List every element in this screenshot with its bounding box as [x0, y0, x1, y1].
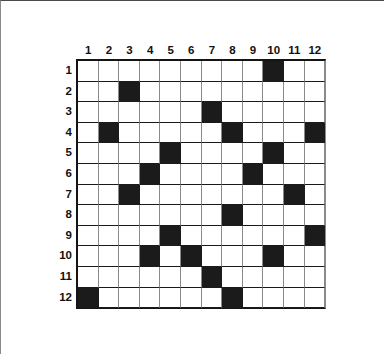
- grid-cell[interactable]: [119, 205, 140, 226]
- grid-cell[interactable]: [160, 288, 181, 309]
- grid-cell[interactable]: [119, 288, 140, 309]
- grid-cell[interactable]: [140, 226, 161, 247]
- col-label-1: 1: [78, 43, 99, 58]
- grid-cell[interactable]: [263, 123, 284, 144]
- row-label-4: 4: [39, 122, 72, 143]
- grid-cell[interactable]: [99, 143, 120, 164]
- grid-cell: [305, 226, 326, 247]
- grid-cell: [263, 143, 284, 164]
- grid-cell[interactable]: [119, 102, 140, 123]
- grid-cell[interactable]: [140, 102, 161, 123]
- puzzle-screenshot: { "game": "crossword-blocked-grid", "pos…: [0, 0, 384, 354]
- col-label-10: 10: [263, 43, 284, 58]
- grid-cell[interactable]: [243, 185, 264, 206]
- grid-cell[interactable]: [284, 226, 305, 247]
- grid-cell[interactable]: [99, 102, 120, 123]
- row-label-1: 1: [39, 60, 72, 81]
- col-label-9: 9: [243, 43, 264, 58]
- grid-cell: [263, 61, 284, 82]
- grid-cell[interactable]: [284, 267, 305, 288]
- grid-cell[interactable]: [181, 164, 202, 185]
- grid-cell[interactable]: [263, 82, 284, 103]
- grid-cell[interactable]: [181, 61, 202, 82]
- grid-cell[interactable]: [140, 205, 161, 226]
- grid-cell: [202, 102, 223, 123]
- grid-cell[interactable]: [222, 246, 243, 267]
- grid-cell[interactable]: [243, 267, 264, 288]
- grid-cell[interactable]: [305, 288, 326, 309]
- grid-cell[interactable]: [284, 102, 305, 123]
- column-labels: 123456789101112: [78, 43, 325, 58]
- grid-cell[interactable]: [202, 226, 223, 247]
- grid-cell[interactable]: [305, 205, 326, 226]
- grid-cell[interactable]: [222, 61, 243, 82]
- grid-cell[interactable]: [305, 164, 326, 185]
- grid-cell: [140, 246, 161, 267]
- col-label-4: 4: [140, 43, 161, 58]
- grid-cell[interactable]: [78, 205, 99, 226]
- grid-cell: [243, 164, 264, 185]
- grid-cell[interactable]: [99, 61, 120, 82]
- grid-cell[interactable]: [78, 246, 99, 267]
- grid-cell[interactable]: [263, 102, 284, 123]
- col-label-11: 11: [284, 43, 305, 58]
- grid-cell[interactable]: [243, 226, 264, 247]
- grid-cell[interactable]: [160, 102, 181, 123]
- grid-cell[interactable]: [119, 143, 140, 164]
- grid-cell: [119, 82, 140, 103]
- grid-cell[interactable]: [305, 143, 326, 164]
- grid-cell[interactable]: [222, 164, 243, 185]
- grid-cell[interactable]: [263, 288, 284, 309]
- grid-cell[interactable]: [140, 288, 161, 309]
- grid-cell[interactable]: [284, 82, 305, 103]
- grid-cell[interactable]: [284, 61, 305, 82]
- grid-cell[interactable]: [243, 102, 264, 123]
- col-label-2: 2: [99, 43, 120, 58]
- grid-cell[interactable]: [222, 82, 243, 103]
- grid-cell[interactable]: [99, 288, 120, 309]
- grid-cell[interactable]: [99, 205, 120, 226]
- grid-cell[interactable]: [160, 164, 181, 185]
- grid-cell[interactable]: [119, 164, 140, 185]
- grid-cell[interactable]: [222, 102, 243, 123]
- grid-cell: [222, 288, 243, 309]
- row-label-3: 3: [39, 101, 72, 122]
- grid-cell[interactable]: [140, 143, 161, 164]
- grid-cell[interactable]: [119, 246, 140, 267]
- grid-cell[interactable]: [202, 82, 223, 103]
- grid-cell[interactable]: [284, 288, 305, 309]
- grid-cell[interactable]: [78, 82, 99, 103]
- grid-cell[interactable]: [160, 61, 181, 82]
- grid-cell[interactable]: [160, 267, 181, 288]
- grid-cell[interactable]: [140, 61, 161, 82]
- grid-cell[interactable]: [181, 205, 202, 226]
- grid-cell[interactable]: [181, 288, 202, 309]
- col-label-3: 3: [119, 43, 140, 58]
- grid-cell[interactable]: [78, 102, 99, 123]
- grid-cell[interactable]: [202, 288, 223, 309]
- grid-cell[interactable]: [243, 246, 264, 267]
- grid-cell[interactable]: [202, 123, 223, 144]
- grid-cell[interactable]: [78, 61, 99, 82]
- grid-cell[interactable]: [140, 185, 161, 206]
- grid-cell[interactable]: [202, 205, 223, 226]
- grid-cell[interactable]: [99, 185, 120, 206]
- grid-cell[interactable]: [284, 143, 305, 164]
- grid-cell[interactable]: [263, 185, 284, 206]
- grid-cell: [140, 164, 161, 185]
- grid-cell[interactable]: [222, 226, 243, 247]
- grid-cell[interactable]: [140, 82, 161, 103]
- grid-cell[interactable]: [305, 185, 326, 206]
- row-label-10: 10: [39, 245, 72, 266]
- grid-cell[interactable]: [181, 226, 202, 247]
- grid-cell[interactable]: [263, 267, 284, 288]
- grid-cell[interactable]: [243, 123, 264, 144]
- col-label-8: 8: [222, 43, 243, 58]
- grid-cell[interactable]: [99, 246, 120, 267]
- grid-cell[interactable]: [119, 123, 140, 144]
- grid-cell: [160, 226, 181, 247]
- grid-cell[interactable]: [243, 61, 264, 82]
- grid-cell[interactable]: [305, 61, 326, 82]
- grid-cell[interactable]: [160, 82, 181, 103]
- grid-cell: [222, 205, 243, 226]
- grid-cell[interactable]: [305, 102, 326, 123]
- grid-cell[interactable]: [243, 143, 264, 164]
- grid-cell: [119, 185, 140, 206]
- row-label-6: 6: [39, 163, 72, 184]
- grid-cell[interactable]: [99, 82, 120, 103]
- grid-cell[interactable]: [78, 164, 99, 185]
- grid-cell[interactable]: [181, 82, 202, 103]
- grid-cell: [160, 143, 181, 164]
- row-label-9: 9: [39, 225, 72, 246]
- row-label-8: 8: [39, 204, 72, 225]
- grid-cell: [99, 123, 120, 144]
- grid-cell[interactable]: [78, 226, 99, 247]
- grid-cell[interactable]: [305, 246, 326, 267]
- grid-cell[interactable]: [160, 205, 181, 226]
- grid-cell[interactable]: [119, 61, 140, 82]
- grid-cell[interactable]: [202, 185, 223, 206]
- row-labels: 123456789101112: [39, 60, 72, 307]
- row-label-11: 11: [39, 266, 72, 287]
- grid-cell[interactable]: [119, 226, 140, 247]
- grid-cell[interactable]: [284, 123, 305, 144]
- grid-cell[interactable]: [263, 226, 284, 247]
- col-label-7: 7: [202, 43, 223, 58]
- grid-cell[interactable]: [78, 123, 99, 144]
- grid-cell[interactable]: [222, 267, 243, 288]
- col-label-5: 5: [160, 43, 181, 58]
- grid-cell[interactable]: [99, 267, 120, 288]
- grid-cell[interactable]: [78, 267, 99, 288]
- grid-cell[interactable]: [181, 185, 202, 206]
- grid-cell[interactable]: [140, 267, 161, 288]
- grid-cell[interactable]: [202, 143, 223, 164]
- grid-cell[interactable]: [181, 143, 202, 164]
- grid-cell[interactable]: [99, 164, 120, 185]
- row-label-2: 2: [39, 81, 72, 102]
- grid-cell: [78, 288, 99, 309]
- grid-cell[interactable]: [305, 82, 326, 103]
- grid-cell[interactable]: [202, 246, 223, 267]
- grid-cell[interactable]: [284, 205, 305, 226]
- grid-cell[interactable]: [181, 267, 202, 288]
- grid-cell[interactable]: [160, 123, 181, 144]
- grid-cell[interactable]: [222, 143, 243, 164]
- grid-cell[interactable]: [160, 185, 181, 206]
- grid-cell[interactable]: [140, 123, 161, 144]
- col-label-6: 6: [181, 43, 202, 58]
- grid-cell[interactable]: [263, 205, 284, 226]
- grid-cell[interactable]: [181, 102, 202, 123]
- grid-cell: [222, 123, 243, 144]
- grid-cell[interactable]: [243, 288, 264, 309]
- grid-cell: [305, 123, 326, 144]
- grid-cell[interactable]: [243, 205, 264, 226]
- grid-cell[interactable]: [160, 246, 181, 267]
- puzzle-grid: [76, 59, 326, 309]
- col-label-12: 12: [305, 43, 326, 58]
- grid-cell[interactable]: [263, 164, 284, 185]
- grid-cell[interactable]: [99, 226, 120, 247]
- row-label-7: 7: [39, 184, 72, 205]
- grid-cell: [263, 246, 284, 267]
- grid-cell[interactable]: [284, 246, 305, 267]
- row-label-12: 12: [39, 287, 72, 308]
- grid-cell[interactable]: [181, 123, 202, 144]
- grid-cell[interactable]: [202, 164, 223, 185]
- grid-cell[interactable]: [222, 185, 243, 206]
- grid-cell[interactable]: [284, 164, 305, 185]
- grid-cell[interactable]: [202, 61, 223, 82]
- grid-cell[interactable]: [305, 267, 326, 288]
- grid-cell[interactable]: [78, 185, 99, 206]
- grid-cell[interactable]: [119, 267, 140, 288]
- grid-cell: [284, 185, 305, 206]
- grid-cell: [181, 246, 202, 267]
- row-label-5: 5: [39, 142, 72, 163]
- grid-cell[interactable]: [78, 143, 99, 164]
- grid-cell[interactable]: [243, 82, 264, 103]
- grid-cell: [202, 267, 223, 288]
